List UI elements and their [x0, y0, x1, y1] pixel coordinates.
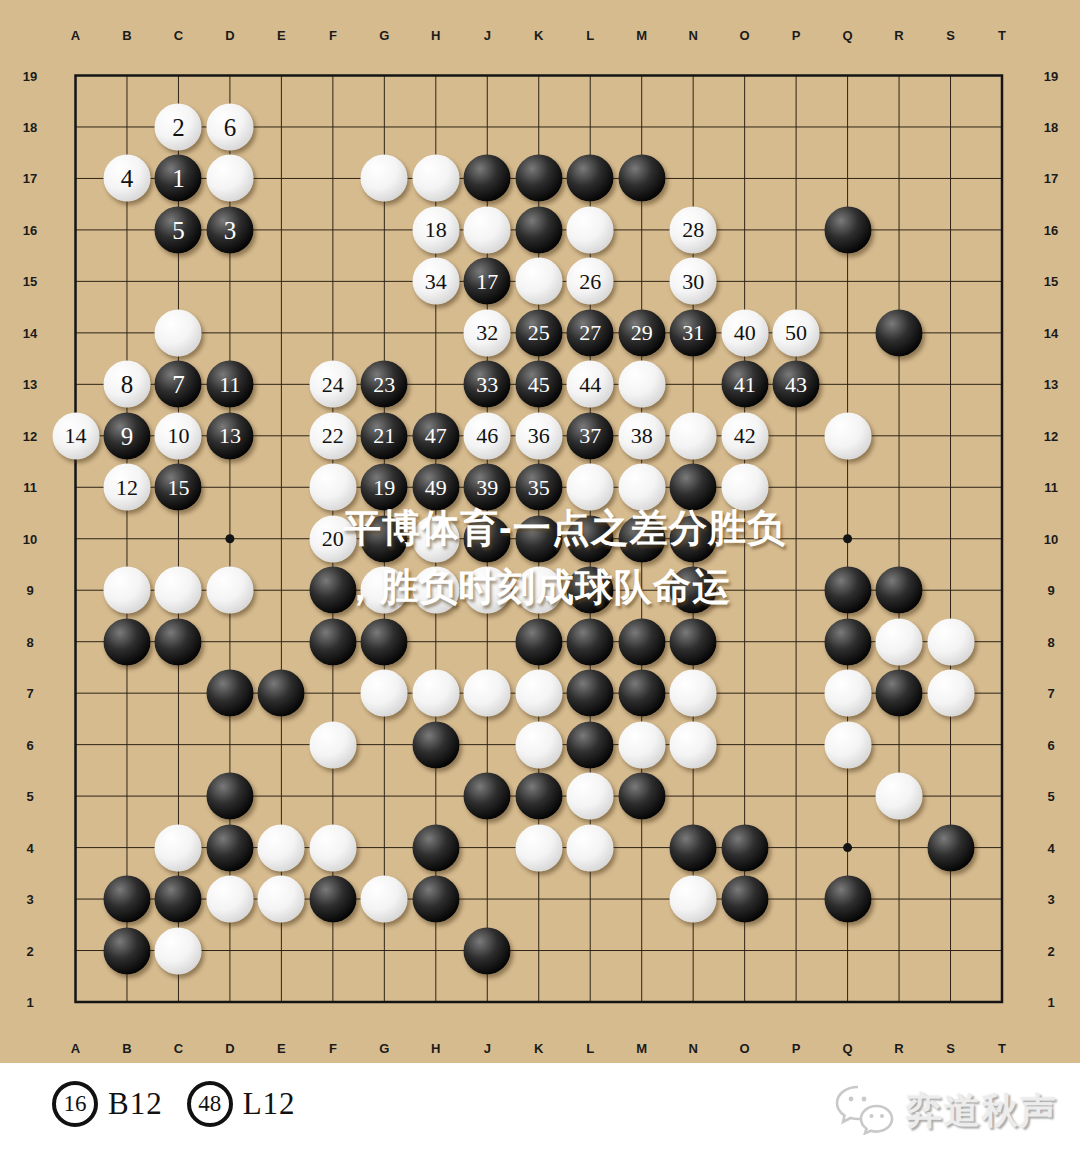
- row-label: 15: [1044, 274, 1058, 289]
- row-label: 15: [23, 274, 37, 289]
- move-number: 15: [167, 476, 189, 498]
- black-stone-D4: [206, 824, 253, 871]
- move-number: 36: [528, 425, 550, 447]
- white-stone-K7: [515, 670, 562, 717]
- column-label: A: [71, 28, 80, 43]
- column-label: G: [379, 28, 389, 43]
- white-stone-F13: 24: [309, 361, 356, 408]
- column-label: E: [277, 28, 286, 43]
- column-label: D: [225, 28, 234, 43]
- black-stone-F8: [309, 618, 356, 665]
- row-label: 13: [1044, 377, 1058, 392]
- move-number: 26: [579, 270, 601, 292]
- column-label: Q: [843, 1041, 853, 1056]
- row-label: 14: [23, 325, 37, 340]
- move-number: 21: [373, 425, 395, 447]
- column-label: H: [431, 28, 440, 43]
- white-stone-O14: 40: [721, 309, 768, 356]
- move-number: 5: [172, 217, 185, 242]
- row-label: 10: [23, 531, 37, 546]
- black-stone-O4: [721, 824, 768, 871]
- move-number: 11: [219, 373, 240, 395]
- row-label: 16: [23, 222, 37, 237]
- black-stone-R9: [876, 567, 923, 614]
- column-label: H: [431, 1041, 440, 1056]
- row-label: 19: [23, 68, 37, 83]
- black-stone-O3: [721, 876, 768, 923]
- move-number: 18: [425, 219, 447, 241]
- move-number: 13: [219, 425, 241, 447]
- row-label: 19: [1044, 68, 1058, 83]
- column-label: G: [379, 1041, 389, 1056]
- black-stone-S4: [927, 824, 974, 871]
- row-label: 4: [26, 840, 33, 855]
- white-stone-M12: 38: [618, 412, 665, 459]
- caption-move-48: 48: [187, 1081, 233, 1127]
- black-stone-B12: 9: [103, 412, 150, 459]
- column-label: B: [122, 28, 131, 43]
- column-label: J: [484, 28, 491, 43]
- black-stone-J15: 17: [464, 258, 511, 305]
- black-stone-N14: 31: [670, 309, 717, 356]
- white-stone-B17: 4: [103, 155, 150, 202]
- black-stone-K13: 45: [515, 361, 562, 408]
- white-stone-C14: [155, 309, 202, 356]
- row-label: 1: [26, 994, 33, 1009]
- black-stone-K17: [515, 155, 562, 202]
- white-stone-B11: 12: [103, 464, 150, 511]
- column-label: D: [225, 1041, 234, 1056]
- black-stone-Q16: [824, 206, 871, 253]
- row-label: 10: [1044, 531, 1058, 546]
- move-number: 35: [528, 476, 550, 498]
- black-stone-C8: [155, 618, 202, 665]
- row-label: 12: [23, 428, 37, 443]
- column-label: R: [894, 1041, 903, 1056]
- row-label: 11: [1044, 480, 1058, 495]
- black-stone-C3: [155, 876, 202, 923]
- black-stone-K14: 25: [515, 309, 562, 356]
- white-stone-N12: [670, 412, 717, 459]
- row-label: 13: [23, 377, 37, 392]
- white-stone-L5: [567, 773, 614, 820]
- black-stone-L6: [567, 721, 614, 768]
- black-stone-L17: [567, 155, 614, 202]
- white-stone-K12: 36: [515, 412, 562, 459]
- move-number: 3: [224, 217, 237, 242]
- white-stone-L4: [567, 824, 614, 871]
- move-number: 1: [172, 166, 185, 191]
- black-stone-C13: 7: [155, 361, 202, 408]
- black-stone-G12: 21: [361, 412, 408, 459]
- black-stone-D5: [206, 773, 253, 820]
- black-stone-J5: [464, 773, 511, 820]
- white-stone-D9: [206, 567, 253, 614]
- white-stone-B9: [103, 567, 150, 614]
- move-number: 34: [425, 270, 447, 292]
- white-stone-J12: 46: [464, 412, 511, 459]
- white-stone-D17: [206, 155, 253, 202]
- white-stone-H15: 34: [412, 258, 459, 305]
- white-stone-D18: 6: [206, 103, 253, 150]
- white-stone-B13: 8: [103, 361, 150, 408]
- column-label: S: [946, 1041, 955, 1056]
- go-diagram-page: AABBCCDDEEFFGGHHJJKKLLMMNNOOPPQQRRSSTT19…: [0, 0, 1080, 1156]
- column-label: C: [174, 1041, 183, 1056]
- caption-move-16: 16: [52, 1081, 98, 1127]
- column-label: L: [586, 28, 594, 43]
- move-number: 43: [785, 373, 807, 395]
- white-stone-K6: [515, 721, 562, 768]
- move-number: 25: [528, 322, 550, 344]
- white-stone-O12: 42: [721, 412, 768, 459]
- row-label: 18: [1044, 119, 1058, 134]
- move-number: 28: [682, 219, 704, 241]
- column-label: Q: [843, 28, 853, 43]
- black-stone-L7: [567, 670, 614, 717]
- black-stone-C11: 15: [155, 464, 202, 511]
- column-label: F: [329, 28, 337, 43]
- move-number: 17: [476, 270, 498, 292]
- white-stone-J14: 32: [464, 309, 511, 356]
- row-label: 5: [1047, 789, 1054, 804]
- go-board: AABBCCDDEEFFGGHHJJKKLLMMNNOOPPQQRRSSTT19…: [0, 0, 1080, 1063]
- white-stone-N7: [670, 670, 717, 717]
- move-number: 2: [172, 114, 185, 139]
- white-stone-J16: [464, 206, 511, 253]
- move-number: 31: [682, 322, 704, 344]
- row-label: 11: [23, 480, 37, 495]
- black-stone-J13: 33: [464, 361, 511, 408]
- row-label: 1: [1047, 994, 1054, 1009]
- move-number: 47: [425, 425, 447, 447]
- move-number: 41: [734, 373, 756, 395]
- column-label: J: [484, 1041, 491, 1056]
- row-label: 4: [1047, 840, 1054, 855]
- black-stone-D12: 13: [206, 412, 253, 459]
- white-stone-L13: 44: [567, 361, 614, 408]
- black-stone-M8: [618, 618, 665, 665]
- white-stone-N15: 30: [670, 258, 717, 305]
- row-label: 9: [26, 583, 33, 598]
- white-stone-M6: [618, 721, 665, 768]
- footer-bar: 16B1248L12 弈道秋声: [0, 1063, 1080, 1156]
- column-label: C: [174, 28, 183, 43]
- move-number: 24: [322, 373, 344, 395]
- column-label: E: [277, 1041, 286, 1056]
- black-stone-G13: 23: [361, 361, 408, 408]
- wechat-icon: [834, 1083, 896, 1139]
- white-stone-N6: [670, 721, 717, 768]
- row-label: 16: [1044, 222, 1058, 237]
- column-label: O: [740, 1041, 750, 1056]
- white-stone-C18: 2: [155, 103, 202, 150]
- black-stone-L8: [567, 618, 614, 665]
- row-label: 3: [26, 892, 33, 907]
- move-number: 29: [631, 322, 653, 344]
- move-number: 30: [682, 270, 704, 292]
- row-label: 12: [1044, 428, 1058, 443]
- row-label: 17: [23, 171, 37, 186]
- row-label: 9: [1047, 583, 1054, 598]
- white-stone-L16: [567, 206, 614, 253]
- brand-logo-text: 弈道秋声: [906, 1087, 1058, 1136]
- black-stone-B2: [103, 927, 150, 974]
- black-stone-H4: [412, 824, 459, 871]
- column-label: T: [998, 1041, 1006, 1056]
- move-number: 33: [476, 373, 498, 395]
- white-stone-L15: 26: [567, 258, 614, 305]
- black-stone-Q3: [824, 876, 871, 923]
- column-label: R: [894, 28, 903, 43]
- move-number: 46: [476, 425, 498, 447]
- column-label: O: [740, 28, 750, 43]
- black-stone-L14: 27: [567, 309, 614, 356]
- row-label: 7: [1047, 686, 1054, 701]
- white-stone-N3: [670, 876, 717, 923]
- white-stone-Q7: [824, 670, 871, 717]
- black-stone-B3: [103, 876, 150, 923]
- move-number: 50: [785, 322, 807, 344]
- row-label: 8: [1047, 634, 1054, 649]
- move-number: 14: [65, 425, 87, 447]
- row-label: 3: [1047, 892, 1054, 907]
- white-stone-R5: [876, 773, 923, 820]
- white-stone-F6: [309, 721, 356, 768]
- white-stone-H17: [412, 155, 459, 202]
- column-label: S: [946, 28, 955, 43]
- black-stone-C16: 5: [155, 206, 202, 253]
- black-stone-J17: [464, 155, 511, 202]
- black-stone-H12: 47: [412, 412, 459, 459]
- move-number: 8: [121, 372, 134, 397]
- move-number: 6: [224, 114, 237, 139]
- white-stone-C9: [155, 567, 202, 614]
- white-stone-D3: [206, 876, 253, 923]
- white-stone-P14: 50: [773, 309, 820, 356]
- white-stone-M13: [618, 361, 665, 408]
- move-number: 27: [579, 322, 601, 344]
- white-stone-J7: [464, 670, 511, 717]
- white-stone-C2: [155, 927, 202, 974]
- white-stone-N16: 28: [670, 206, 717, 253]
- column-label: P: [792, 1041, 801, 1056]
- black-stone-C17: 1: [155, 155, 202, 202]
- black-stone-Q8: [824, 618, 871, 665]
- white-stone-R8: [876, 618, 923, 665]
- black-stone-P13: 43: [773, 361, 820, 408]
- column-label: T: [998, 28, 1006, 43]
- white-stone-Q6: [824, 721, 871, 768]
- black-stone-E7: [258, 670, 305, 717]
- column-label: L: [586, 1041, 594, 1056]
- white-stone-C4: [155, 824, 202, 871]
- row-label: 14: [1044, 325, 1058, 340]
- black-stone-M17: [618, 155, 665, 202]
- row-label: 17: [1044, 171, 1058, 186]
- move-number: 38: [631, 425, 653, 447]
- black-stone-N4: [670, 824, 717, 871]
- black-stone-J2: [464, 927, 511, 974]
- move-number: 12: [116, 476, 138, 498]
- move-number: 42: [734, 425, 756, 447]
- black-stone-K5: [515, 773, 562, 820]
- move-number: 23: [373, 373, 395, 395]
- black-stone-G8: [361, 618, 408, 665]
- black-stone-M5: [618, 773, 665, 820]
- black-stone-K8: [515, 618, 562, 665]
- move-number: 37: [579, 425, 601, 447]
- black-stone-O13: 41: [721, 361, 768, 408]
- row-label: 6: [26, 737, 33, 752]
- black-stone-F3: [309, 876, 356, 923]
- white-stone-E4: [258, 824, 305, 871]
- move-number: 20: [322, 528, 344, 550]
- row-label: 18: [23, 119, 37, 134]
- column-label: P: [792, 28, 801, 43]
- row-label: 2: [26, 943, 33, 958]
- move-number: 9: [121, 423, 134, 448]
- caption-coord-B12: B12: [108, 1086, 163, 1122]
- brand-logo: 弈道秋声: [834, 1083, 1058, 1139]
- white-stone-F12: 22: [309, 412, 356, 459]
- move-number: 39: [476, 476, 498, 498]
- white-stone-Q12: [824, 412, 871, 459]
- column-label: K: [534, 28, 543, 43]
- black-stone-D7: [206, 670, 253, 717]
- column-label: M: [636, 1041, 647, 1056]
- column-label: N: [688, 28, 697, 43]
- white-stone-G17: [361, 155, 408, 202]
- move-number: 49: [425, 476, 447, 498]
- column-label: K: [534, 1041, 543, 1056]
- caption-coord-L12: L12: [243, 1086, 296, 1122]
- row-label: 2: [1047, 943, 1054, 958]
- white-stone-E3: [258, 876, 305, 923]
- black-stone-M7: [618, 670, 665, 717]
- black-stone-B8: [103, 618, 150, 665]
- row-label: 6: [1047, 737, 1054, 752]
- move-number: 45: [528, 373, 550, 395]
- black-stone-L12: 37: [567, 412, 614, 459]
- white-stone-G7: [361, 670, 408, 717]
- move-number: 7: [172, 372, 185, 397]
- watermark-line-2: ，胜负时刻成球队命运: [341, 562, 731, 613]
- row-label: 8: [26, 634, 33, 649]
- white-stone-A12: 14: [52, 412, 99, 459]
- move-number: 32: [476, 322, 498, 344]
- white-stone-H16: 18: [412, 206, 459, 253]
- move-number: 44: [579, 373, 601, 395]
- move-number: 10: [167, 425, 189, 447]
- white-stone-K15: [515, 258, 562, 305]
- column-label: N: [688, 1041, 697, 1056]
- black-stone-R7: [876, 670, 923, 717]
- column-label: A: [71, 1041, 80, 1056]
- white-stone-C12: 10: [155, 412, 202, 459]
- white-stone-H7: [412, 670, 459, 717]
- move-number: 22: [322, 425, 344, 447]
- black-stone-M14: 29: [618, 309, 665, 356]
- black-stone-D16: 3: [206, 206, 253, 253]
- black-stone-R14: [876, 309, 923, 356]
- black-stone-D13: 11: [206, 361, 253, 408]
- move-number: 4: [121, 166, 134, 191]
- black-stone-N8: [670, 618, 717, 665]
- white-stone-G3: [361, 876, 408, 923]
- black-stone-H3: [412, 876, 459, 923]
- move-number: 40: [734, 322, 756, 344]
- black-stone-Q9: [824, 567, 871, 614]
- black-stone-H6: [412, 721, 459, 768]
- move-caption: 16B1248L12: [52, 1081, 310, 1127]
- column-label: M: [636, 28, 647, 43]
- row-label: 7: [26, 686, 33, 701]
- row-label: 5: [26, 789, 33, 804]
- white-stone-F4: [309, 824, 356, 871]
- column-label: B: [122, 1041, 131, 1056]
- white-stone-S8: [927, 618, 974, 665]
- column-label: F: [329, 1041, 337, 1056]
- move-number: 19: [373, 476, 395, 498]
- black-stone-K16: [515, 206, 562, 253]
- watermark-line-1: 平博体育-一点之差分胜负: [343, 503, 786, 554]
- white-stone-K4: [515, 824, 562, 871]
- white-stone-S7: [927, 670, 974, 717]
